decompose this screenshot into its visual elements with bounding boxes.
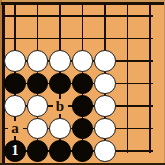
white-stone	[72, 50, 94, 72]
black-stone	[72, 140, 94, 162]
move-number-label: 1	[12, 144, 19, 158]
go-board: ba1	[0, 0, 165, 165]
black-stone	[27, 140, 49, 162]
black-stone	[72, 73, 94, 95]
white-stone	[94, 95, 116, 117]
black-stone-move-1: 1	[4, 140, 26, 162]
white-stone	[94, 73, 116, 95]
black-stone	[27, 73, 49, 95]
black-stone	[72, 95, 94, 117]
white-stone	[49, 50, 71, 72]
white-stone	[27, 50, 49, 72]
black-stone	[4, 73, 26, 95]
white-stone	[49, 118, 71, 140]
black-stone	[49, 73, 71, 95]
black-stone	[72, 118, 94, 140]
white-stone	[4, 50, 26, 72]
white-stone	[27, 95, 49, 117]
white-stone	[4, 95, 26, 117]
black-stone	[49, 140, 71, 162]
point-label-a: a	[8, 121, 23, 136]
white-stone	[94, 118, 116, 140]
go-diagram: ba1	[0, 0, 165, 165]
point-label-b: b	[53, 99, 68, 114]
white-stone	[94, 50, 116, 72]
white-stone	[27, 118, 49, 140]
white-stone	[94, 140, 116, 162]
stones-layer: ba1	[0, 0, 165, 165]
